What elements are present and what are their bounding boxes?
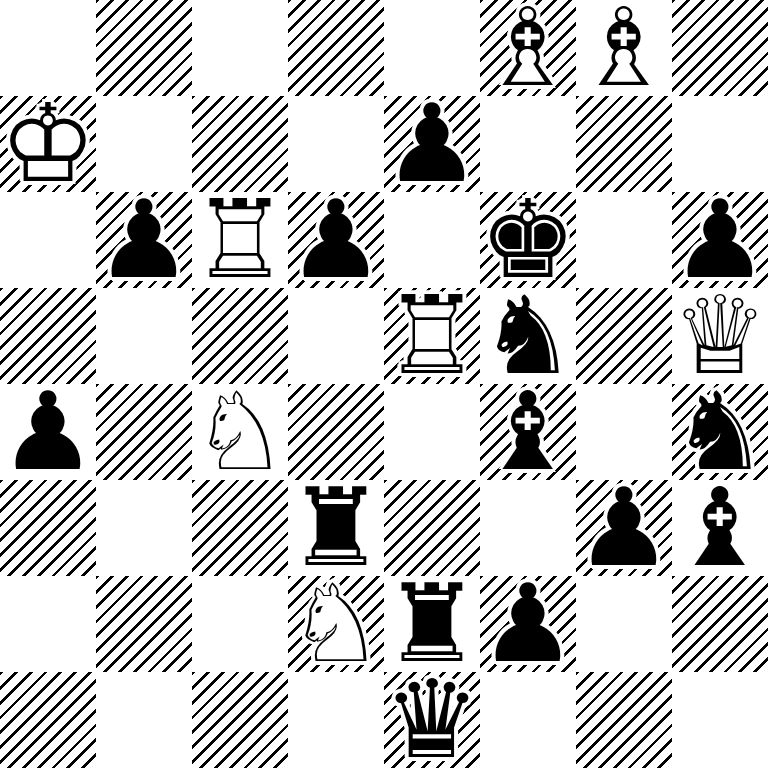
black-pawn-icon[interactable]: ♟♟	[0, 384, 96, 480]
square-c4[interactable]: ♞♘	[192, 384, 288, 480]
square-e4[interactable]	[384, 384, 480, 480]
square-e1[interactable]: ♛♛	[384, 672, 480, 768]
square-b8[interactable]	[96, 0, 192, 96]
square-b5[interactable]	[96, 288, 192, 384]
square-c8[interactable]	[192, 0, 288, 96]
square-f2[interactable]: ♟♟	[480, 576, 576, 672]
square-f8[interactable]: ♝♗	[480, 0, 576, 96]
chess-diagram: ♝♗♝♗♚♔♟♟♟♟♜♖♟♟♚♚♟♟♜♖♞♞♛♕♟♟♞♘♝♝♞♞♜♜♟♟♝♝♞♘…	[0, 0, 768, 768]
piece-glyph: ♗	[480, 0, 576, 96]
piece-glyph: ♖	[192, 192, 288, 288]
black-queen-icon[interactable]: ♛♛	[384, 672, 480, 768]
square-h2[interactable]	[672, 576, 768, 672]
square-d6[interactable]: ♟♟	[288, 192, 384, 288]
square-a3[interactable]	[0, 480, 96, 576]
square-h1[interactable]	[672, 672, 768, 768]
square-d1[interactable]	[288, 672, 384, 768]
square-a1[interactable]	[0, 672, 96, 768]
black-pawn-icon[interactable]: ♟♟	[288, 192, 384, 288]
square-g2[interactable]	[576, 576, 672, 672]
square-a2[interactable]	[0, 576, 96, 672]
white-knight-icon[interactable]: ♞♘	[288, 576, 384, 672]
square-b6[interactable]: ♟♟	[96, 192, 192, 288]
black-bishop-icon[interactable]: ♝♝	[480, 384, 576, 480]
square-a4[interactable]: ♟♟	[0, 384, 96, 480]
piece-glyph: ♛	[384, 672, 480, 768]
piece-glyph: ♖	[384, 288, 480, 384]
piece-glyph: ♟	[96, 192, 192, 288]
white-bishop-icon[interactable]: ♝♗	[576, 0, 672, 96]
white-knight-icon[interactable]: ♞♘	[192, 384, 288, 480]
white-rook-icon[interactable]: ♜♖	[384, 288, 480, 384]
square-c2[interactable]	[192, 576, 288, 672]
piece-glyph: ♝	[480, 384, 576, 480]
piece-glyph: ♘	[192, 384, 288, 480]
square-g8[interactable]: ♝♗	[576, 0, 672, 96]
chess-board: ♝♗♝♗♚♔♟♟♟♟♜♖♟♟♚♚♟♟♜♖♞♞♛♕♟♟♞♘♝♝♞♞♜♜♟♟♝♝♞♘…	[0, 0, 768, 768]
square-g5[interactable]	[576, 288, 672, 384]
square-e5[interactable]: ♜♖	[384, 288, 480, 384]
piece-glyph: ♟	[480, 576, 576, 672]
square-b1[interactable]	[96, 672, 192, 768]
piece-glyph: ♔	[0, 96, 96, 192]
square-b3[interactable]	[96, 480, 192, 576]
piece-glyph: ♟	[576, 480, 672, 576]
square-g7[interactable]	[576, 96, 672, 192]
white-rook-icon[interactable]: ♜♖	[192, 192, 288, 288]
black-pawn-icon[interactable]: ♟♟	[576, 480, 672, 576]
square-a7[interactable]: ♚♔	[0, 96, 96, 192]
black-pawn-icon[interactable]: ♟♟	[96, 192, 192, 288]
square-g6[interactable]	[576, 192, 672, 288]
piece-glyph: ♟	[0, 384, 96, 480]
square-f1[interactable]	[480, 672, 576, 768]
square-f4[interactable]: ♝♝	[480, 384, 576, 480]
square-g3[interactable]: ♟♟	[576, 480, 672, 576]
black-pawn-icon[interactable]: ♟♟	[480, 576, 576, 672]
piece-glyph: ♘	[288, 576, 384, 672]
piece-glyph: ♝	[672, 480, 768, 576]
square-d2[interactable]: ♞♘	[288, 576, 384, 672]
square-h8[interactable]	[672, 0, 768, 96]
piece-glyph: ♟	[384, 96, 480, 192]
square-c3[interactable]	[192, 480, 288, 576]
square-d5[interactable]	[288, 288, 384, 384]
square-c1[interactable]	[192, 672, 288, 768]
white-bishop-icon[interactable]: ♝♗	[480, 0, 576, 96]
square-e7[interactable]: ♟♟	[384, 96, 480, 192]
square-g1[interactable]	[576, 672, 672, 768]
square-b2[interactable]	[96, 576, 192, 672]
piece-glyph: ♗	[576, 0, 672, 96]
black-pawn-icon[interactable]: ♟♟	[384, 96, 480, 192]
square-a6[interactable]	[0, 192, 96, 288]
square-b4[interactable]	[96, 384, 192, 480]
square-h3[interactable]: ♝♝	[672, 480, 768, 576]
black-bishop-icon[interactable]: ♝♝	[672, 480, 768, 576]
square-d8[interactable]	[288, 0, 384, 96]
square-c6[interactable]: ♜♖	[192, 192, 288, 288]
white-king-icon[interactable]: ♚♔	[0, 96, 96, 192]
piece-glyph: ♟	[288, 192, 384, 288]
